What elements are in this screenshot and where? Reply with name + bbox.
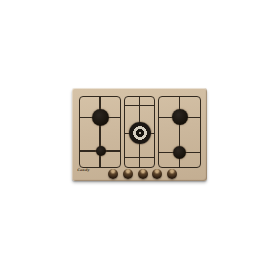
burner-left-rear [92, 109, 109, 126]
brand-logo: Candy [77, 168, 89, 172]
grate-bar [125, 105, 154, 107]
grate-bar [125, 157, 154, 159]
burner-right-front [173, 146, 186, 159]
control-knob-4 [152, 169, 162, 179]
burner-left-front [96, 146, 106, 156]
burner-center-wok [129, 122, 151, 144]
gas-hob: Candy [72, 88, 207, 181]
control-knob-1 [108, 169, 118, 179]
grate-bar [99, 97, 101, 167]
product-image: Candy [0, 0, 278, 278]
pan-support-left [79, 96, 121, 168]
control-knob-3 [138, 169, 148, 179]
control-knob-5 [167, 169, 177, 179]
control-knob-2 [123, 169, 133, 179]
burner-right-rear [172, 109, 188, 125]
